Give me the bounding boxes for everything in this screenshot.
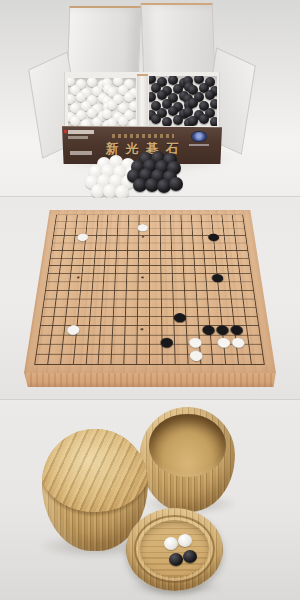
goban-cell-Q7[interactable] [213, 297, 227, 304]
goban-cell-P9[interactable] [198, 283, 212, 290]
goban-cell-P8[interactable] [199, 290, 213, 297]
goban-cell-O16[interactable] [183, 232, 196, 242]
goban-cell-D10[interactable] [71, 272, 85, 283]
goban-cell-J2[interactable] [123, 348, 135, 361]
lid-dish [126, 508, 223, 591]
goban-cell-Q9[interactable] [212, 283, 226, 290]
goban-cell-N16[interactable] [170, 232, 183, 242]
maker-mark [68, 136, 88, 139]
goban-cell-G10[interactable] [105, 272, 116, 283]
goban-cell-J4[interactable] [123, 323, 134, 335]
goban-cell-M16[interactable] [158, 232, 171, 242]
white-stone-small [92, 117, 102, 126]
board-top-surface: ●●●●●●●●●●●●●● [24, 210, 276, 373]
goban-cell-F5[interactable] [92, 311, 104, 323]
goban-cell-D2[interactable] [63, 348, 79, 361]
goban-cell-J3[interactable] [123, 335, 134, 348]
goban-cell-F9[interactable] [94, 283, 105, 290]
black-stone-small [162, 117, 172, 126]
goban-cell-M17[interactable] [158, 222, 170, 231]
white-stone[interactable]: ● [188, 348, 203, 361]
goban-cell-J8[interactable] [125, 290, 136, 297]
goban-cell-L9[interactable] [149, 283, 159, 290]
goban-cell-M6[interactable] [159, 304, 173, 311]
goban-cell-N5[interactable]: ● [173, 311, 187, 323]
board-front-edge [24, 372, 276, 387]
goban-cell-L3[interactable] [149, 335, 160, 348]
goban-cell-H7[interactable] [114, 297, 125, 304]
goban-cell-G8[interactable] [104, 290, 115, 297]
goban-cell-O10[interactable] [185, 272, 199, 283]
goban-cell-O9[interactable] [185, 283, 199, 290]
goban-cell-K5[interactable] [135, 311, 149, 323]
black-stone-small [210, 117, 218, 126]
goban-cell-T8[interactable] [249, 290, 260, 297]
goban-cell-H3[interactable] [112, 335, 124, 348]
goban-cell-R17[interactable] [218, 222, 231, 231]
goban-cell-L10[interactable] [149, 272, 159, 283]
goban-cell-N8[interactable] [172, 290, 186, 297]
goban-cell-F8[interactable] [94, 290, 105, 297]
white-stone-small [129, 119, 137, 126]
goban-cell-K10[interactable] [135, 272, 148, 283]
goban-cell-D9[interactable] [71, 283, 85, 290]
goban-cell-F3[interactable] [90, 335, 102, 348]
goban-cell-Q3[interactable]: ● [216, 335, 231, 348]
goban-cell-J5[interactable] [124, 311, 135, 323]
goban-cell-L4[interactable] [149, 323, 160, 335]
goban-cell-J9[interactable] [125, 283, 135, 290]
goban-cell-D7[interactable] [69, 297, 83, 304]
goban-cell-H4[interactable] [113, 323, 124, 335]
goban-cell-L6[interactable] [149, 304, 160, 311]
goban-cell-P3[interactable] [202, 335, 217, 348]
white-stone[interactable]: ● [216, 335, 231, 348]
goban-cell-G16[interactable] [108, 232, 118, 242]
goban-cell-R8[interactable] [225, 290, 239, 297]
box-flap-back-left [67, 6, 142, 80]
goban-cell-D8[interactable] [70, 290, 84, 297]
goban-cell-N17[interactable] [170, 222, 183, 231]
goban-cell-O7[interactable] [186, 297, 200, 304]
goban-cell-Q16[interactable]: ● [207, 232, 220, 242]
white-stone[interactable]: ● [76, 232, 89, 242]
goban-cell-Q8[interactable] [212, 290, 226, 297]
goban-cell-F6[interactable] [93, 304, 104, 311]
goban-cell-H17[interactable] [118, 222, 128, 231]
goban-cell-O2[interactable]: ● [188, 348, 203, 361]
goban-cell-T16[interactable] [241, 232, 252, 242]
goban-cell-M10[interactable] [159, 272, 172, 283]
goban-cell-Q2[interactable] [217, 348, 233, 361]
goban-cell-F7[interactable] [93, 297, 104, 304]
goban-cell-R3[interactable]: ● [230, 335, 246, 348]
goban-cell-D4[interactable]: ● [66, 323, 81, 335]
goban-cell-G7[interactable] [104, 297, 115, 304]
goban-cell-H1[interactable] [111, 361, 123, 369]
goban-cell-Q6[interactable] [213, 304, 227, 311]
photo-section-box: 新光碁石 [0, 0, 300, 197]
goban-cell-J7[interactable] [125, 297, 136, 304]
open-bowl-interior [149, 414, 227, 477]
goban-grid: ●●●●●●●●●●●●●● [28, 212, 272, 370]
goban-cell-P7[interactable] [199, 297, 213, 304]
goban-cell-L16[interactable] [149, 232, 159, 242]
goban-cell-O8[interactable] [186, 290, 200, 297]
goban-cell-P6[interactable] [200, 304, 214, 311]
white-stone[interactable]: ● [66, 323, 81, 335]
goban-cell-P17[interactable] [194, 222, 207, 231]
black-stone[interactable]: ● [173, 311, 187, 323]
black-stone[interactable]: ● [211, 272, 225, 283]
goban-cell-N9[interactable] [172, 283, 186, 290]
goban-cell-K7[interactable] [135, 297, 149, 304]
goban-cell-Q1[interactable] [218, 361, 234, 369]
goban-cell-K6[interactable] [135, 304, 149, 311]
box-flap-back-right [141, 3, 216, 80]
goban-cell-T3[interactable] [255, 335, 268, 348]
black-stone-small [151, 114, 161, 124]
goban-cell-L8[interactable] [149, 290, 159, 297]
dish-black-stone [169, 553, 183, 566]
goban-cell-N3[interactable] [174, 335, 189, 348]
goban-cell-K17[interactable]: ● [137, 222, 149, 231]
black-stones-heap [149, 76, 217, 126]
goban-cell-F1[interactable] [88, 361, 100, 369]
goban-cell-H9[interactable] [115, 283, 126, 290]
goban-cell-H10[interactable] [115, 272, 126, 283]
goban-cell-H5[interactable] [113, 311, 124, 323]
goban-cell-R1[interactable] [233, 361, 249, 369]
white-stone[interactable]: ● [230, 335, 246, 348]
goban-cell-T6[interactable] [251, 304, 263, 311]
goban-cell-T9[interactable] [248, 283, 259, 290]
goban-cell-H2[interactable] [111, 348, 123, 361]
goban-cell-F4[interactable] [91, 323, 103, 335]
black-stone-small [199, 114, 209, 124]
goban-cell-T1[interactable] [259, 361, 272, 369]
goban-cell-D1[interactable] [62, 361, 78, 369]
goban-cell-M1[interactable] [160, 361, 175, 369]
goban-cell-K3[interactable] [134, 335, 148, 348]
box-subtitle-text [112, 134, 174, 138]
black-stone[interactable]: ● [207, 232, 220, 242]
goban-cell-E7[interactable] [83, 297, 94, 304]
product-photo-page: 新光碁石 ●●●●●●●●●●●●●● [0, 0, 300, 600]
goban-cell-M2[interactable] [160, 348, 175, 361]
goban-cell-K16[interactable] [136, 232, 148, 242]
goban-cell-O5[interactable] [187, 311, 202, 323]
goban-cell-J6[interactable] [124, 304, 135, 311]
goban-cell-G9[interactable] [105, 283, 116, 290]
black-stone-small [173, 115, 183, 125]
goban-cell-D16[interactable]: ● [76, 232, 89, 242]
goban-cell-L7[interactable] [149, 297, 159, 304]
goban-cell-E9[interactable] [84, 283, 95, 290]
goban-cell-R7[interactable] [226, 297, 240, 304]
goban-cell-O1[interactable] [189, 361, 204, 369]
white-stone[interactable]: ● [137, 222, 149, 231]
white-stone-small [107, 118, 117, 126]
stone-box-body [64, 72, 220, 128]
goban-cell-T17[interactable] [240, 222, 251, 231]
goban-cell-F2[interactable] [89, 348, 101, 361]
goban-cell-L1[interactable] [149, 361, 160, 369]
goban-cell-M9[interactable] [159, 283, 172, 290]
dish-black-stone [183, 550, 197, 563]
box-divider-wall [137, 74, 148, 126]
goban-cell-G5[interactable] [102, 311, 113, 323]
goban-cell-L17[interactable] [149, 222, 158, 231]
dish-white-stone [178, 534, 192, 547]
goban-cell-K1[interactable] [134, 361, 149, 369]
goban-cell-J10[interactable] [125, 272, 135, 283]
goban-cell-T7[interactable] [250, 297, 261, 304]
goban-cell-N4[interactable] [173, 323, 188, 335]
white-stone-small [118, 116, 128, 126]
goban-cell-K9[interactable] [135, 283, 148, 290]
goban-cell-M7[interactable] [159, 297, 173, 304]
goban-cell-J17[interactable] [127, 222, 137, 231]
goban-cell-G17[interactable] [108, 222, 118, 231]
goban-cell-D6[interactable] [68, 304, 82, 311]
black-stone-small [169, 177, 183, 191]
goban-cell-N10[interactable] [172, 272, 186, 283]
goban-cell-M8[interactable] [159, 290, 173, 297]
goban-cell-N7[interactable] [172, 297, 186, 304]
goban-cell-J16[interactable] [127, 232, 137, 242]
goban-cell-G3[interactable] [101, 335, 113, 348]
goban-cell-T5[interactable] [252, 311, 264, 323]
goban-cell-O6[interactable] [186, 304, 200, 311]
goban-cell-J1[interactable] [122, 361, 134, 369]
black-stone[interactable]: ● [159, 335, 174, 348]
goban-cell-H8[interactable] [114, 290, 125, 297]
goban-cell-T10[interactable] [247, 272, 259, 283]
blue-oval-badge-icon [192, 132, 206, 141]
goban-cell-K8[interactable] [135, 290, 148, 297]
goban-cell-N1[interactable] [174, 361, 189, 369]
white-stones-heap [68, 78, 136, 126]
goban-cell-G6[interactable] [103, 304, 114, 311]
goban-cell-E8[interactable] [83, 290, 94, 297]
goban-cell-T2[interactable] [257, 348, 270, 361]
goban-cell-T4[interactable] [254, 323, 267, 335]
goban-cell-G4[interactable] [102, 323, 114, 335]
goban-cell-K2[interactable] [134, 348, 149, 361]
goban-cell-D3[interactable] [64, 335, 80, 348]
goban-cell-N2[interactable] [174, 348, 189, 361]
goban-cell-R10[interactable] [224, 272, 238, 283]
goban-cell-K4[interactable] [134, 323, 148, 335]
closed-bowl-lid [42, 429, 148, 512]
goban-cell-E6[interactable] [82, 304, 93, 311]
black-stones-compartment [149, 76, 217, 126]
loose-black-pile [127, 151, 187, 201]
white-stones-compartment [68, 78, 136, 126]
goban-cell-M3[interactable]: ● [159, 335, 174, 348]
goban-cell-E1[interactable] [77, 361, 89, 369]
photo-section-board: ●●●●●●●●●●●●●● [0, 198, 300, 400]
goban-cell-P2[interactable] [203, 348, 219, 361]
badge-caption [189, 144, 209, 146]
go-board: ●●●●●●●●●●●●●● [0, 198, 300, 400]
goban-cell-R16[interactable] [219, 232, 232, 242]
goban-cell-R6[interactable] [227, 304, 241, 311]
photo-section-bowls [0, 401, 300, 600]
black-stone-small [188, 116, 198, 126]
white-stone-small [70, 116, 80, 126]
goban-cell-R9[interactable] [225, 283, 239, 290]
goban-cell-G2[interactable] [100, 348, 112, 361]
goban-cell-L5[interactable] [149, 311, 160, 323]
black-stone[interactable]: ● [201, 323, 216, 335]
goban-cell-H16[interactable] [117, 232, 127, 242]
white-stone-small [81, 119, 91, 126]
goban-cell-H6[interactable] [114, 304, 125, 311]
goban-cell-P1[interactable] [204, 361, 219, 369]
goban-cell-M5[interactable] [159, 311, 173, 323]
goban-cell-L2[interactable] [149, 348, 160, 361]
goban-cell-O17[interactable] [182, 222, 195, 231]
goban-cell-G1[interactable] [99, 361, 111, 369]
maker-mark [68, 130, 94, 134]
goban-cell-R2[interactable] [232, 348, 248, 361]
dish-white-stone [164, 537, 178, 550]
open-bowl [140, 407, 235, 512]
goban-cell-P4[interactable]: ● [201, 323, 216, 335]
goban-cell-Q10[interactable]: ● [211, 272, 225, 283]
